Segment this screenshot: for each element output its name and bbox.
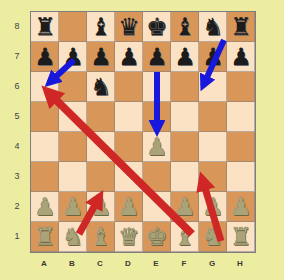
piece-white-bishop-c1[interactable]: ♝ bbox=[90, 222, 112, 252]
piece-white-knight-g1[interactable]: ♞ bbox=[202, 222, 224, 252]
square-g8[interactable]: ♞ bbox=[199, 12, 227, 42]
square-c6[interactable]: ♞ bbox=[87, 72, 115, 102]
square-b8[interactable] bbox=[59, 12, 87, 42]
square-b4[interactable] bbox=[59, 132, 87, 162]
square-f8[interactable]: ♝ bbox=[171, 12, 199, 42]
square-a2[interactable]: ♟ bbox=[31, 192, 59, 222]
piece-black-knight-c6[interactable]: ♞ bbox=[90, 72, 112, 102]
square-g7[interactable]: ♟ bbox=[199, 42, 227, 72]
square-g3[interactable] bbox=[199, 162, 227, 192]
square-g6[interactable] bbox=[199, 72, 227, 102]
square-c2[interactable]: ♟ bbox=[87, 192, 115, 222]
piece-white-pawn-b2[interactable]: ♟ bbox=[62, 192, 84, 222]
piece-white-rook-h1[interactable]: ♜ bbox=[230, 222, 252, 252]
rank-label-4: 4 bbox=[8, 131, 26, 161]
square-c1[interactable]: ♝ bbox=[87, 222, 115, 252]
piece-white-rook-a1[interactable]: ♜ bbox=[34, 222, 56, 252]
square-c8[interactable]: ♝ bbox=[87, 12, 115, 42]
square-e3[interactable] bbox=[143, 162, 171, 192]
square-f3[interactable] bbox=[171, 162, 199, 192]
piece-white-pawn-a2[interactable]: ♟ bbox=[34, 192, 56, 222]
piece-black-bishop-f8[interactable]: ♝ bbox=[174, 12, 196, 42]
rank-label-2: 2 bbox=[8, 191, 26, 221]
file-label-h: H bbox=[226, 258, 254, 270]
piece-white-pawn-g2[interactable]: ♟ bbox=[202, 192, 224, 222]
piece-white-pawn-c2[interactable]: ♟ bbox=[90, 192, 112, 222]
square-c3[interactable] bbox=[87, 162, 115, 192]
piece-black-pawn-g7[interactable]: ♟ bbox=[202, 42, 224, 72]
square-d2[interactable]: ♟ bbox=[115, 192, 143, 222]
square-h1[interactable]: ♜ bbox=[227, 222, 255, 252]
rank-label-7: 7 bbox=[8, 41, 26, 71]
square-h8[interactable]: ♜ bbox=[227, 12, 255, 42]
square-d1[interactable]: ♛ bbox=[115, 222, 143, 252]
square-b6[interactable] bbox=[59, 72, 87, 102]
piece-black-rook-h8[interactable]: ♜ bbox=[230, 12, 252, 42]
square-e5[interactable] bbox=[143, 102, 171, 132]
square-a7[interactable]: ♟ bbox=[31, 42, 59, 72]
piece-black-pawn-h7[interactable]: ♟ bbox=[230, 42, 252, 72]
piece-black-knight-g8[interactable]: ♞ bbox=[202, 12, 224, 42]
square-h5[interactable] bbox=[227, 102, 255, 132]
file-label-d: D bbox=[114, 258, 142, 270]
file-label-g: G bbox=[198, 258, 226, 270]
piece-white-pawn-d2[interactable]: ♟ bbox=[118, 192, 140, 222]
square-a8[interactable]: ♜ bbox=[31, 12, 59, 42]
square-g4[interactable] bbox=[199, 132, 227, 162]
square-e7[interactable]: ♟ bbox=[143, 42, 171, 72]
piece-white-queen-d1[interactable]: ♛ bbox=[118, 222, 140, 252]
square-f2[interactable]: ♟ bbox=[171, 192, 199, 222]
rank-label-1: 1 bbox=[8, 221, 26, 251]
file-label-f: F bbox=[170, 258, 198, 270]
square-f5[interactable] bbox=[171, 102, 199, 132]
piece-black-pawn-b7[interactable]: ♟ bbox=[62, 42, 84, 72]
square-a1[interactable]: ♜ bbox=[31, 222, 59, 252]
square-g2[interactable]: ♟ bbox=[199, 192, 227, 222]
piece-white-pawn-h2[interactable]: ♟ bbox=[230, 192, 252, 222]
chess-diagram: ♜♝♛♚♝♞♜♟♟♟♟♟♟♟♟♞♟♟♟♟♟♟♟♟♜♞♝♛♚♝♞♜ 8765432… bbox=[0, 0, 284, 280]
square-g5[interactable] bbox=[199, 102, 227, 132]
square-f1[interactable]: ♝ bbox=[171, 222, 199, 252]
file-label-c: C bbox=[86, 258, 114, 270]
file-label-b: B bbox=[58, 258, 86, 270]
square-b5[interactable] bbox=[59, 102, 87, 132]
square-g1[interactable]: ♞ bbox=[199, 222, 227, 252]
square-f4[interactable] bbox=[171, 132, 199, 162]
square-a5[interactable] bbox=[31, 102, 59, 132]
square-a3[interactable] bbox=[31, 162, 59, 192]
square-e4[interactable]: ♟ bbox=[143, 132, 171, 162]
square-e2[interactable] bbox=[143, 192, 171, 222]
rank-label-6: 6 bbox=[8, 71, 26, 101]
square-f7[interactable]: ♟ bbox=[171, 42, 199, 72]
square-a6[interactable] bbox=[31, 72, 59, 102]
square-e1[interactable]: ♚ bbox=[143, 222, 171, 252]
square-b3[interactable] bbox=[59, 162, 87, 192]
rank-label-3: 3 bbox=[8, 161, 26, 191]
square-h2[interactable]: ♟ bbox=[227, 192, 255, 222]
square-f6[interactable] bbox=[171, 72, 199, 102]
piece-white-pawn-f2[interactable]: ♟ bbox=[174, 192, 196, 222]
square-d5[interactable] bbox=[115, 102, 143, 132]
square-h6[interactable] bbox=[227, 72, 255, 102]
square-d4[interactable] bbox=[115, 132, 143, 162]
square-h3[interactable] bbox=[227, 162, 255, 192]
piece-white-knight-b1[interactable]: ♞ bbox=[62, 222, 84, 252]
piece-black-pawn-d7[interactable]: ♟ bbox=[118, 42, 140, 72]
piece-black-pawn-a7[interactable]: ♟ bbox=[34, 42, 56, 72]
piece-black-pawn-f7[interactable]: ♟ bbox=[174, 42, 196, 72]
square-b1[interactable]: ♞ bbox=[59, 222, 87, 252]
piece-black-pawn-c7[interactable]: ♟ bbox=[90, 42, 112, 72]
piece-black-bishop-c8[interactable]: ♝ bbox=[90, 12, 112, 42]
rank-label-8: 8 bbox=[8, 11, 26, 41]
piece-black-rook-a8[interactable]: ♜ bbox=[34, 12, 56, 42]
rank-label-5: 5 bbox=[8, 101, 26, 131]
piece-white-pawn-e4[interactable]: ♟ bbox=[146, 132, 168, 162]
piece-black-queen-d8[interactable]: ♛ bbox=[118, 12, 140, 42]
square-d3[interactable] bbox=[115, 162, 143, 192]
square-b2[interactable]: ♟ bbox=[59, 192, 87, 222]
square-h7[interactable]: ♟ bbox=[227, 42, 255, 72]
chess-board: ♜♝♛♚♝♞♜♟♟♟♟♟♟♟♟♞♟♟♟♟♟♟♟♟♜♞♝♛♚♝♞♜ bbox=[30, 11, 256, 253]
piece-black-king-e8[interactable]: ♚ bbox=[146, 12, 168, 42]
square-b7[interactable]: ♟ bbox=[59, 42, 87, 72]
square-e8[interactable]: ♚ bbox=[143, 12, 171, 42]
file-label-e: E bbox=[142, 258, 170, 270]
piece-black-pawn-e7[interactable]: ♟ bbox=[146, 42, 168, 72]
square-a4[interactable] bbox=[31, 132, 59, 162]
square-d6[interactable] bbox=[115, 72, 143, 102]
piece-white-king-e1[interactable]: ♚ bbox=[146, 222, 168, 252]
square-d8[interactable]: ♛ bbox=[115, 12, 143, 42]
square-c4[interactable] bbox=[87, 132, 115, 162]
square-c5[interactable] bbox=[87, 102, 115, 132]
file-label-a: A bbox=[30, 258, 58, 270]
square-d7[interactable]: ♟ bbox=[115, 42, 143, 72]
piece-white-bishop-f1[interactable]: ♝ bbox=[174, 222, 196, 252]
square-c7[interactable]: ♟ bbox=[87, 42, 115, 72]
square-h4[interactable] bbox=[227, 132, 255, 162]
square-e6[interactable] bbox=[143, 72, 171, 102]
